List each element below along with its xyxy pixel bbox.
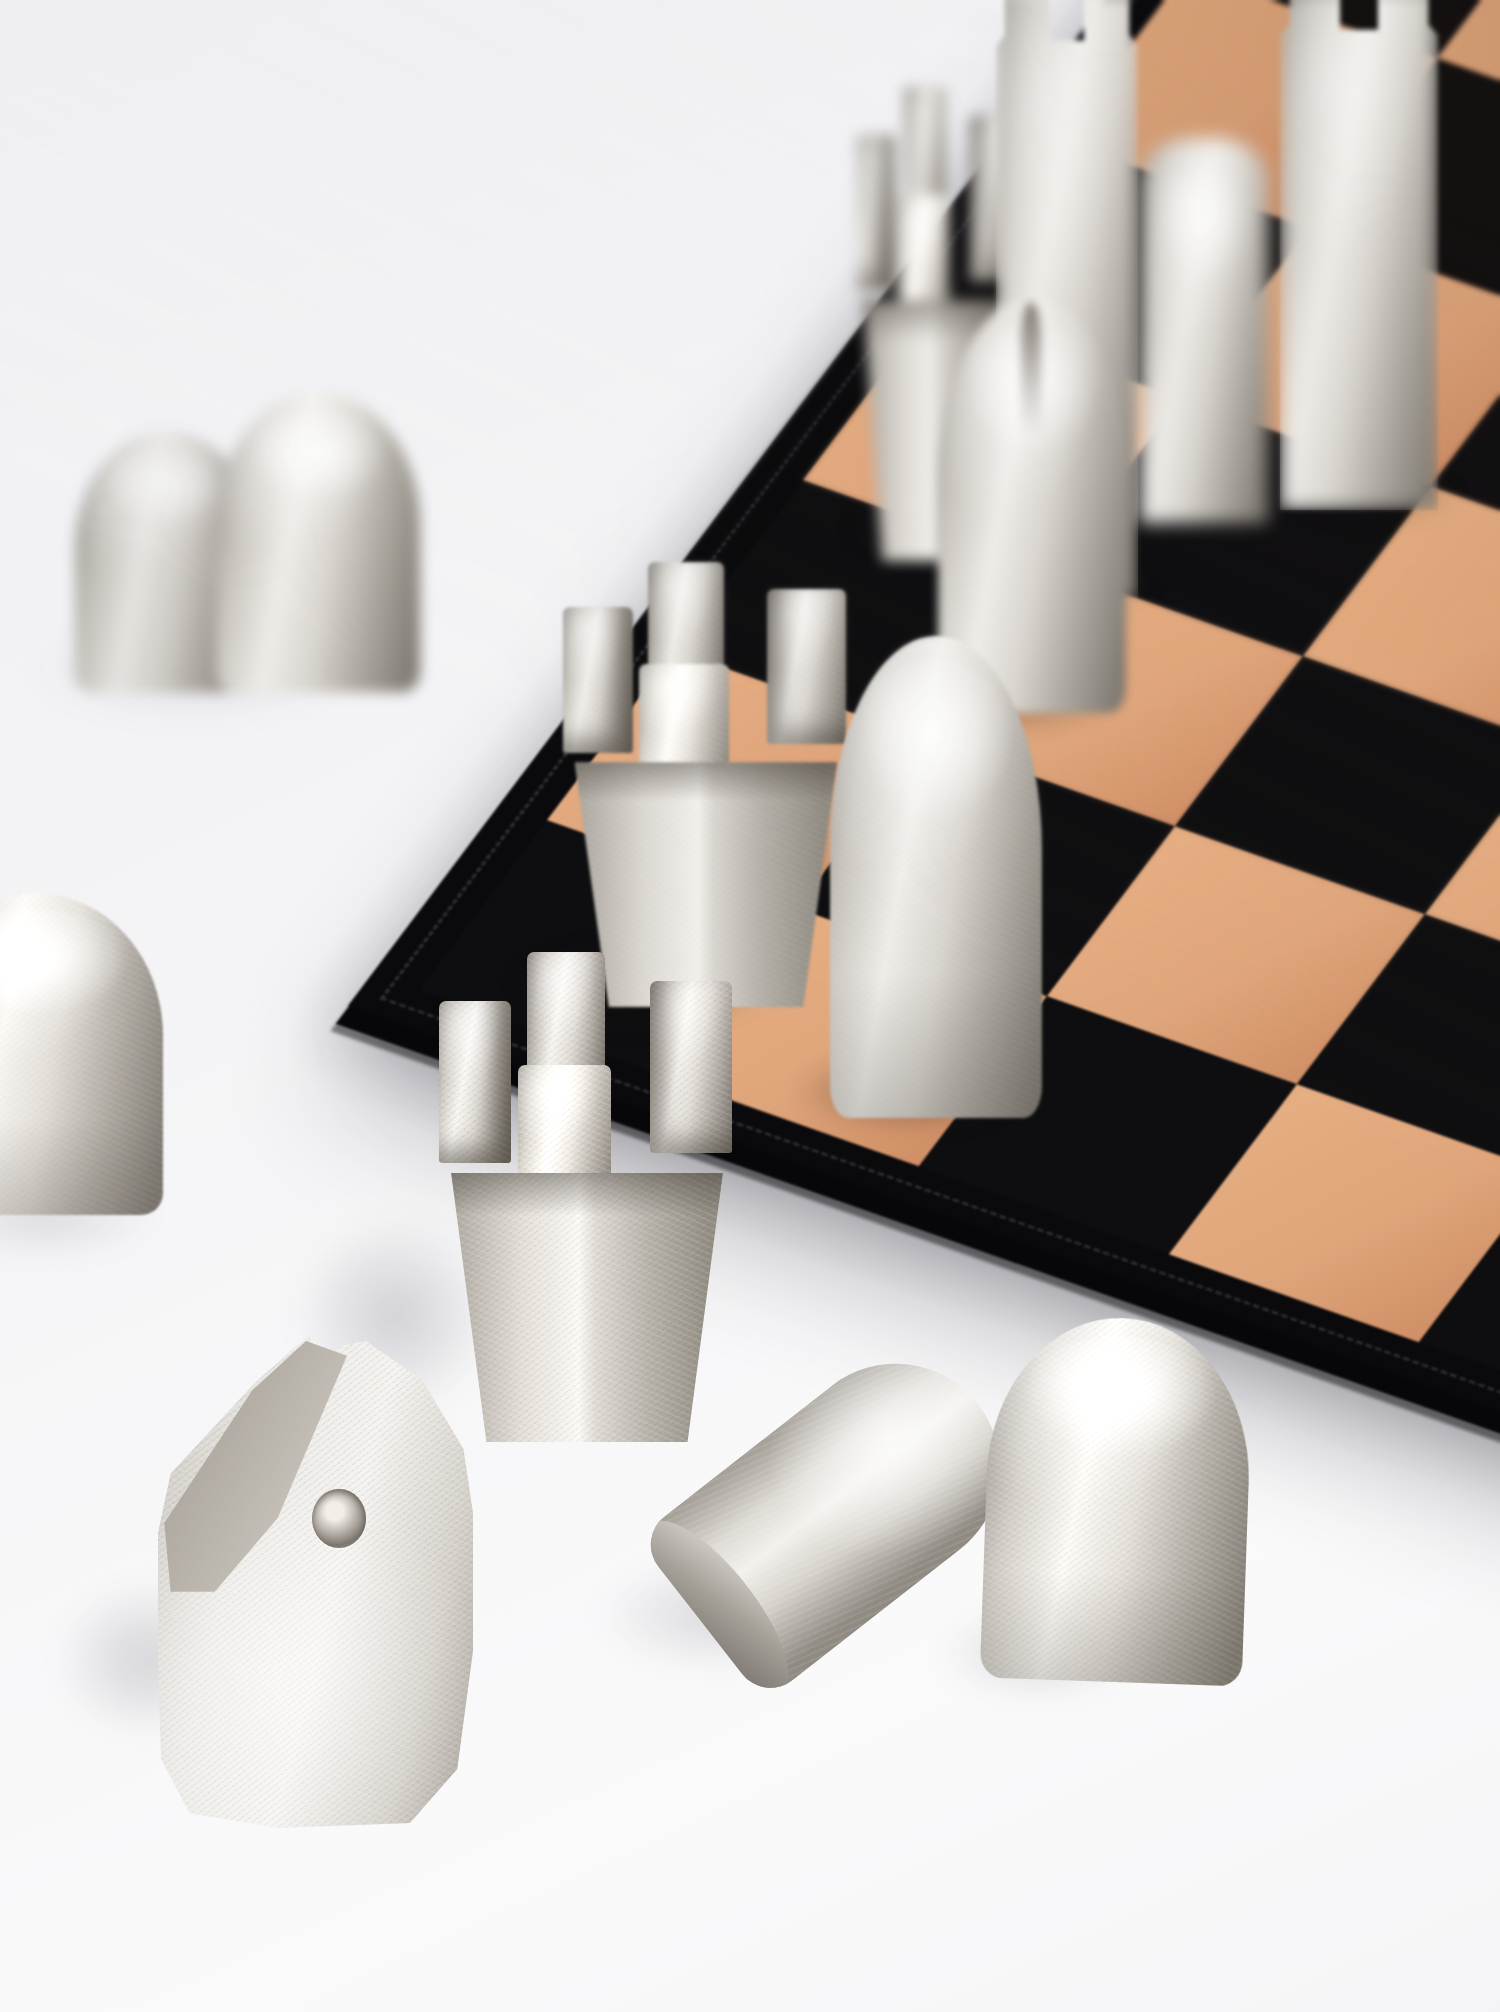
rook-on-board-a1 xyxy=(560,562,852,1007)
knight-part xyxy=(312,1489,366,1548)
rook-part xyxy=(439,1001,511,1163)
tall-piece-b4 xyxy=(1140,138,1268,523)
rook-part xyxy=(563,607,633,754)
rook-part xyxy=(650,981,732,1153)
photo-stage xyxy=(0,0,1500,2012)
rook-foreground xyxy=(436,952,738,1442)
knight-foreground xyxy=(158,1336,473,1828)
queen-double-dome-offboard xyxy=(75,392,420,692)
bishop-part xyxy=(1021,302,1042,451)
rook-part xyxy=(857,134,896,291)
tall-piece-c4 xyxy=(1280,0,1438,510)
queen-part xyxy=(216,392,420,692)
rook-part xyxy=(767,589,846,745)
rook-part xyxy=(451,1173,723,1443)
pawn-on-board-b1 xyxy=(830,636,1042,1118)
